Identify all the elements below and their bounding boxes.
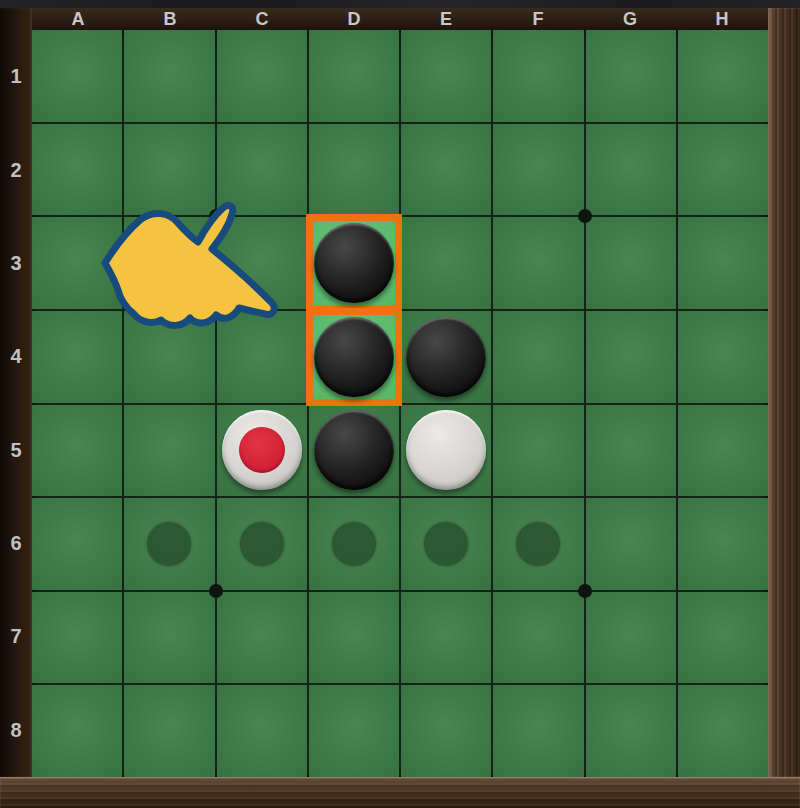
- cell-G6[interactable]: [586, 498, 676, 590]
- cell-C6[interactable]: [217, 498, 307, 590]
- cell-H2[interactable]: [678, 124, 768, 216]
- row-label-6: 6: [0, 497, 32, 590]
- row-label-2: 2: [0, 123, 32, 216]
- cell-G8[interactable]: [586, 685, 676, 777]
- legal-move-hint-B6: [147, 522, 191, 566]
- cell-G4[interactable]: [586, 311, 676, 403]
- cell-H5[interactable]: [678, 405, 768, 497]
- column-label-B: B: [124, 8, 216, 30]
- cell-H8[interactable]: [678, 685, 768, 777]
- cell-C8[interactable]: [217, 685, 307, 777]
- disc-black-D3: [314, 223, 394, 303]
- legal-move-hint-C6: [240, 522, 284, 566]
- cell-E5[interactable]: [401, 405, 491, 497]
- column-label-D: D: [308, 8, 400, 30]
- cell-C7[interactable]: [217, 592, 307, 684]
- cell-F1[interactable]: [493, 30, 583, 122]
- cell-A5[interactable]: [32, 405, 122, 497]
- legal-move-hint-E6: [424, 522, 468, 566]
- star-point: [209, 584, 223, 598]
- column-labels: ABCDEFGH: [32, 8, 768, 30]
- disc-black-E4: [406, 317, 486, 397]
- column-label-H: H: [676, 8, 768, 30]
- cell-F5[interactable]: [493, 405, 583, 497]
- column-label-C: C: [216, 8, 308, 30]
- cell-A8[interactable]: [32, 685, 122, 777]
- board-frame-left: 12345678: [0, 8, 32, 777]
- cell-G7[interactable]: [586, 592, 676, 684]
- cell-A7[interactable]: [32, 592, 122, 684]
- column-label-F: F: [492, 8, 584, 30]
- cell-F3[interactable]: [493, 217, 583, 309]
- cell-A1[interactable]: [32, 30, 122, 122]
- cell-D1[interactable]: [309, 30, 399, 122]
- cell-E1[interactable]: [401, 30, 491, 122]
- cell-B7[interactable]: [124, 592, 214, 684]
- cell-E8[interactable]: [401, 685, 491, 777]
- column-label-A: A: [32, 8, 124, 30]
- last-move-marker-C5: [239, 427, 285, 473]
- star-point: [578, 584, 592, 598]
- board-frame-bottom: [0, 777, 800, 808]
- cell-E2[interactable]: [401, 124, 491, 216]
- cell-H6[interactable]: [678, 498, 768, 590]
- cell-F6[interactable]: [493, 498, 583, 590]
- cell-F8[interactable]: [493, 685, 583, 777]
- board-frame-right: [768, 8, 800, 777]
- disc-white-E5: [406, 410, 486, 490]
- cell-F4[interactable]: [493, 311, 583, 403]
- cell-H3[interactable]: [678, 217, 768, 309]
- cell-B1[interactable]: [124, 30, 214, 122]
- cell-D6[interactable]: [309, 498, 399, 590]
- cell-B8[interactable]: [124, 685, 214, 777]
- cell-E3[interactable]: [401, 217, 491, 309]
- star-point: [578, 209, 592, 223]
- legal-move-hint-F6: [516, 522, 560, 566]
- cell-D8[interactable]: [309, 685, 399, 777]
- disc-white-C5: [222, 410, 302, 490]
- cell-D4[interactable]: [309, 311, 399, 403]
- cell-B5[interactable]: [124, 405, 214, 497]
- disc-black-D5: [314, 410, 394, 490]
- cell-D2[interactable]: [309, 124, 399, 216]
- cell-G5[interactable]: [586, 405, 676, 497]
- column-label-G: G: [584, 8, 676, 30]
- row-label-8: 8: [0, 684, 32, 777]
- row-labels: 12345678: [0, 30, 32, 777]
- row-label-7: 7: [0, 590, 32, 683]
- cell-B6[interactable]: [124, 498, 214, 590]
- cell-H1[interactable]: [678, 30, 768, 122]
- hand-pointing-left-cursor-icon: [95, 195, 280, 335]
- cell-E7[interactable]: [401, 592, 491, 684]
- cell-A6[interactable]: [32, 498, 122, 590]
- cell-G1[interactable]: [586, 30, 676, 122]
- disc-black-D4: [314, 317, 394, 397]
- cell-D3[interactable]: [309, 217, 399, 309]
- cell-H7[interactable]: [678, 592, 768, 684]
- row-label-1: 1: [0, 30, 32, 123]
- othello-game-screen: ABCDEFGH 12345678: [0, 0, 800, 808]
- cell-G3[interactable]: [586, 217, 676, 309]
- cell-E6[interactable]: [401, 498, 491, 590]
- cell-F2[interactable]: [493, 124, 583, 216]
- board-frame-top: ABCDEFGH: [0, 8, 800, 30]
- cell-C5[interactable]: [217, 405, 307, 497]
- row-label-4: 4: [0, 310, 32, 403]
- cell-G2[interactable]: [586, 124, 676, 216]
- board-grid: [32, 30, 768, 777]
- legal-move-hint-D6: [332, 522, 376, 566]
- row-label-5: 5: [0, 404, 32, 497]
- column-label-E: E: [400, 8, 492, 30]
- cell-D5[interactable]: [309, 405, 399, 497]
- cell-D7[interactable]: [309, 592, 399, 684]
- cell-F7[interactable]: [493, 592, 583, 684]
- row-label-3: 3: [0, 217, 32, 310]
- cell-H4[interactable]: [678, 311, 768, 403]
- cell-E4[interactable]: [401, 311, 491, 403]
- cell-C1[interactable]: [217, 30, 307, 122]
